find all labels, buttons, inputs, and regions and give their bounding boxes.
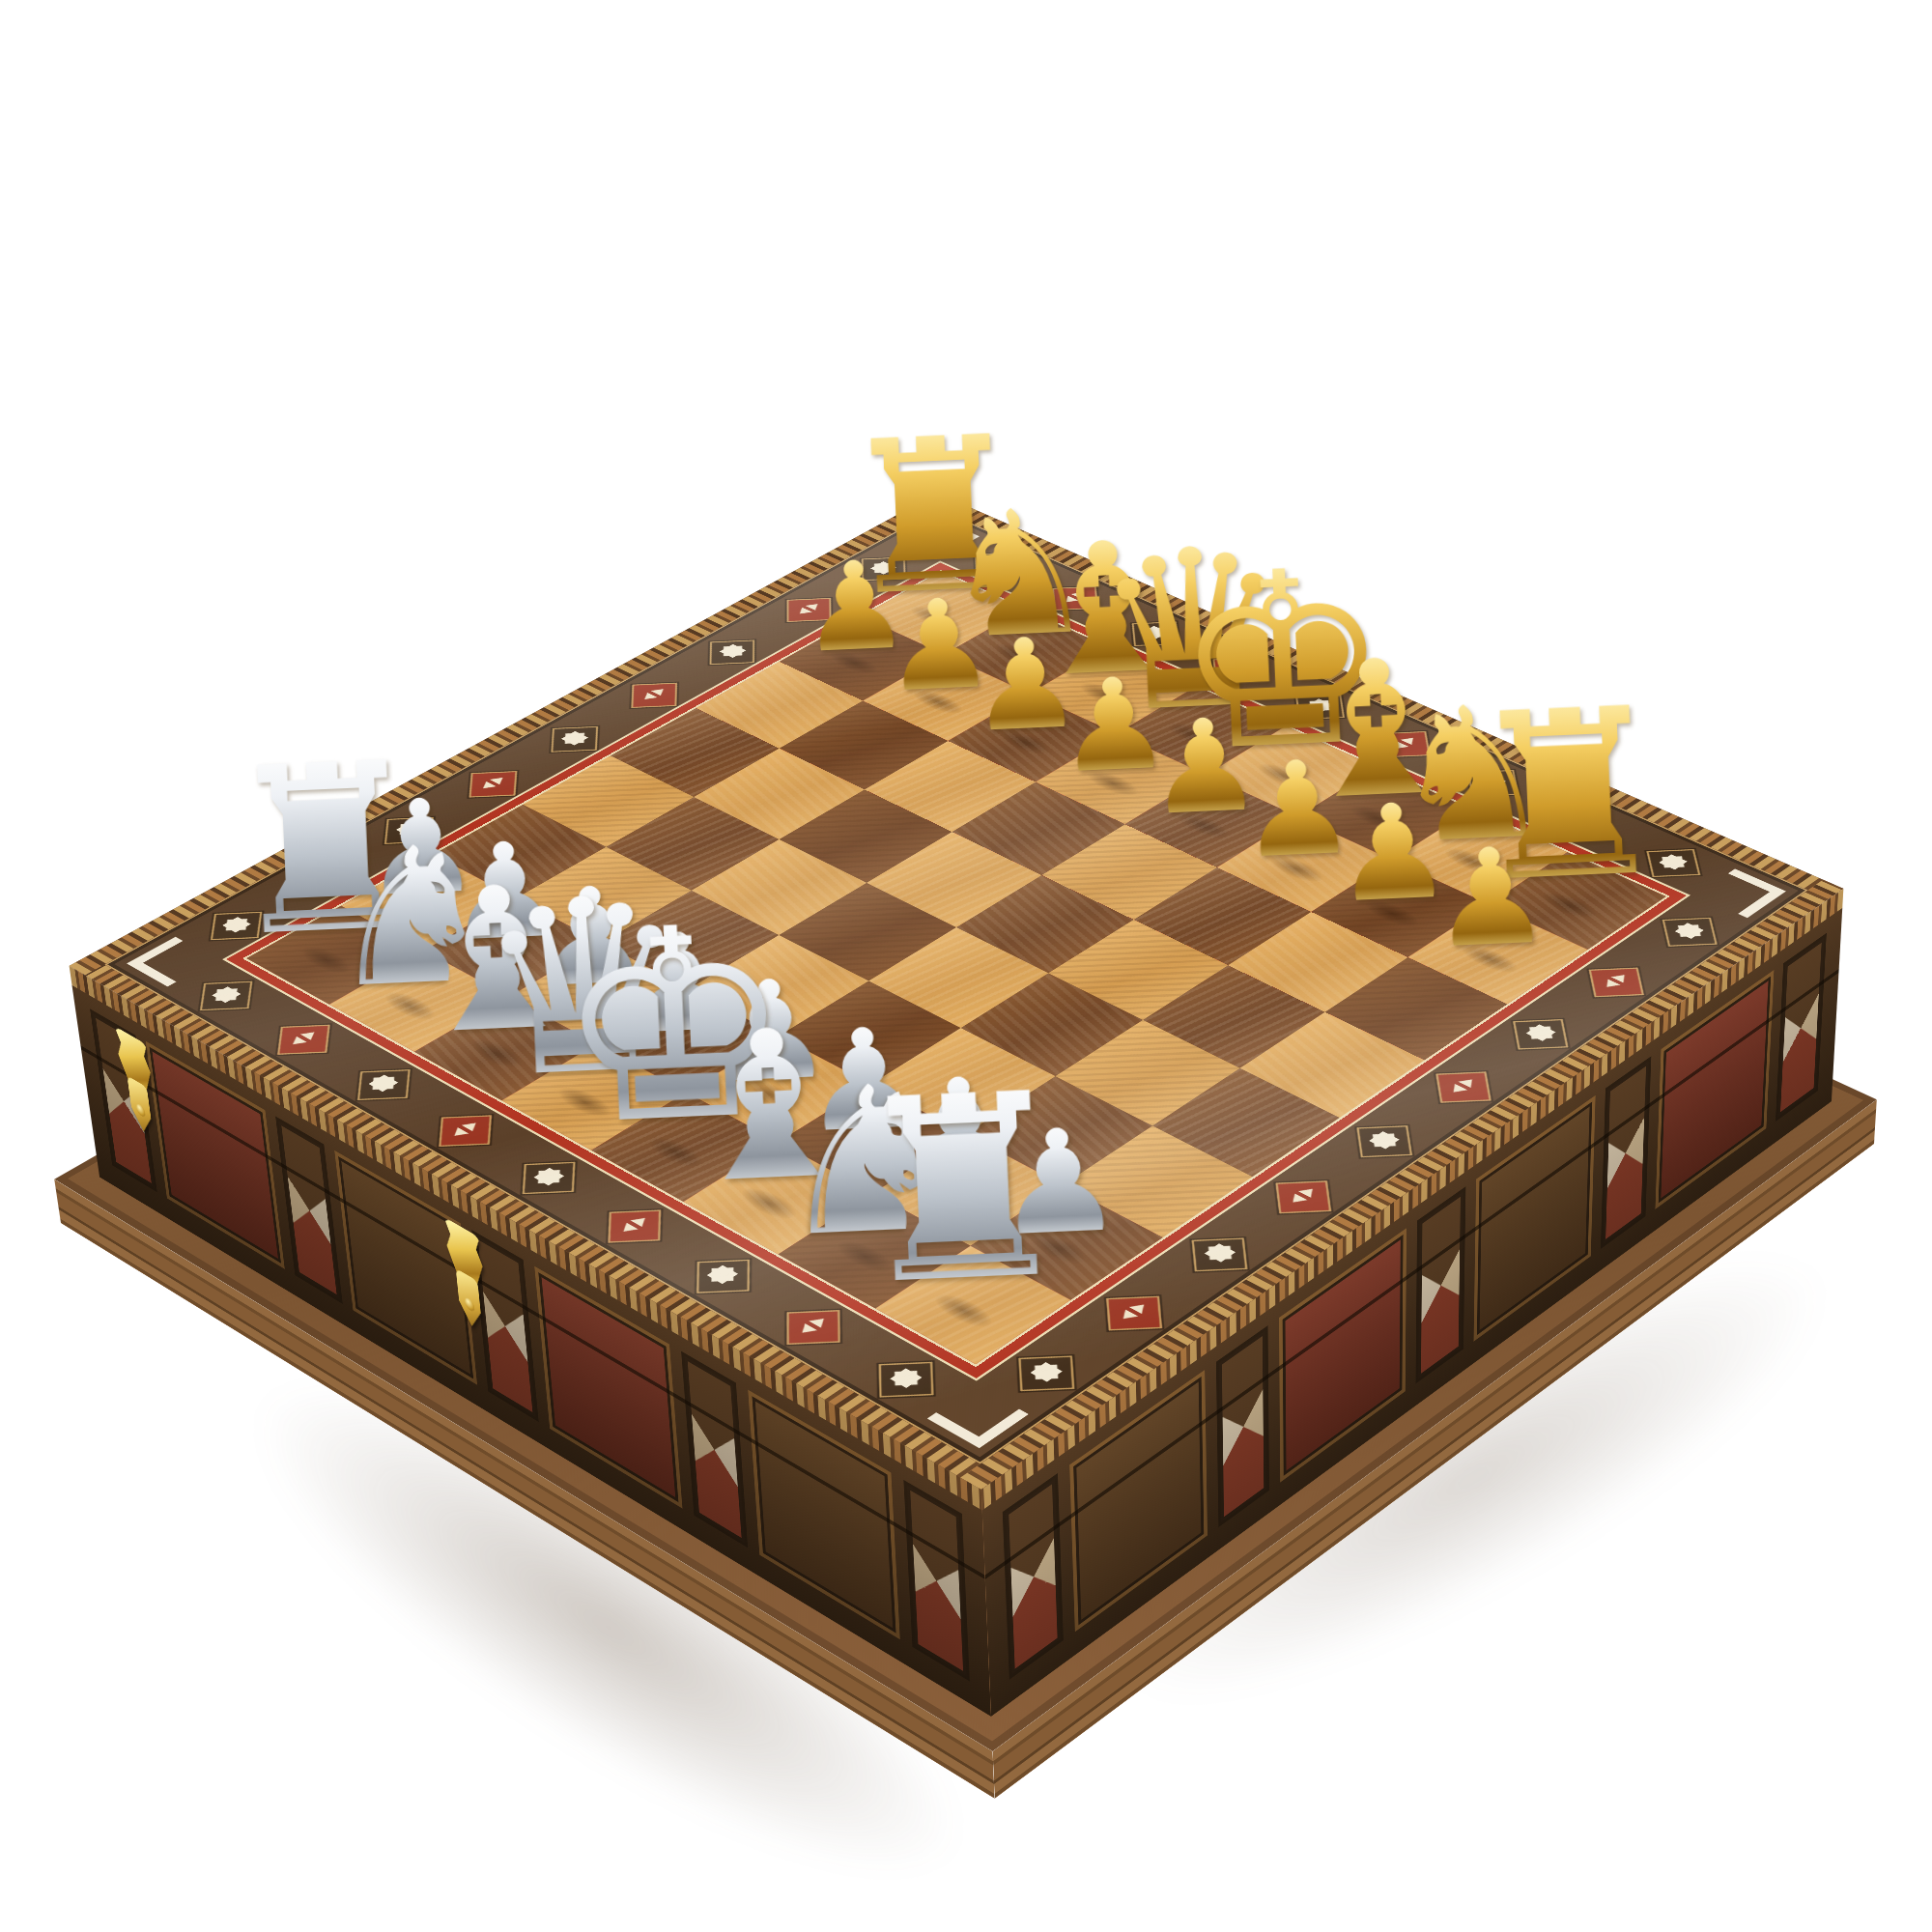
pearl-triangle-inlay [1129, 1301, 1151, 1314]
pearl-triangle-inlay [1459, 1076, 1479, 1088]
star-inlay [1035, 1364, 1058, 1378]
star-inlay [1373, 1133, 1396, 1147]
mosaic-star-motif [181, 969, 271, 1020]
star-inlay [1675, 923, 1704, 939]
silver-rook-glyph: ♜ [844, 1059, 1082, 1321]
star-inlay [1204, 1243, 1235, 1262]
star-inlay [534, 1167, 564, 1185]
pearl-triangle-inlay [618, 1223, 639, 1236]
pearl-triangle-inlay [1610, 972, 1631, 982]
star-inlay [987, 557, 1007, 567]
star-inlay [895, 1370, 918, 1384]
star-inlay [890, 1368, 922, 1387]
pearl-triangle-inlay [300, 1029, 320, 1039]
motif-diamond [523, 1162, 576, 1195]
motif-diamond [1589, 968, 1644, 998]
star-inlay [213, 986, 241, 1003]
star-inlay [723, 645, 742, 656]
motif-diamond [357, 1069, 411, 1100]
chess-set-product-photo: ♜♞♝♛♚♝♞♜♟♟♟♟♟♟♟♟♟♟♟♟♟♟♟♟♜♞♝♛♚♝♞♜ [0, 0, 1932, 1932]
motif-diamond [277, 1025, 330, 1055]
star-inlay [712, 1267, 734, 1282]
mosaic-lozenge-motif [418, 1102, 513, 1157]
star-inlay [215, 988, 238, 1001]
pearl-triangle-inlay [1117, 1309, 1138, 1321]
star-inlay [565, 732, 584, 743]
motif-diamond [1356, 1125, 1412, 1157]
inlay-panel-star [1003, 1473, 1064, 1680]
motif-diamond [439, 1115, 492, 1147]
motif-diamond [879, 1362, 934, 1398]
inlay-panel-star [1416, 1186, 1466, 1383]
star-inlay [1525, 1024, 1555, 1040]
inlay-panel-star [1601, 1056, 1651, 1249]
star-inlay [1369, 1131, 1399, 1149]
star-inlay [1031, 1362, 1063, 1381]
star-inlay [874, 562, 893, 572]
pearl-triangle-inlay [809, 1315, 830, 1327]
motif-diamond [1513, 1019, 1568, 1050]
inlay-panel-star [681, 1350, 748, 1548]
inlay-panel-star [275, 1116, 343, 1303]
perspective-stage: ♜♞♝♛♚♝♞♜♟♟♟♟♟♟♟♟♟♟♟♟♟♟♟♟♜♞♝♛♚♝♞♜ [0, 0, 1932, 1932]
motif-diamond [786, 1310, 839, 1345]
star-inlay [1310, 700, 1330, 711]
star-inlay [1145, 627, 1164, 638]
pearl-triangle-inlay [448, 1127, 469, 1139]
motif-diamond [1106, 1295, 1162, 1330]
motif-diamond [1018, 1355, 1074, 1391]
inlay-panel-star [903, 1480, 969, 1682]
motif-diamond [1275, 1180, 1331, 1213]
gold-pawn-glyph: ♟ [1429, 828, 1553, 966]
star-inlay [369, 1074, 399, 1092]
star-inlay [1207, 1245, 1231, 1260]
motif-diamond [1662, 918, 1718, 947]
motif-diamond [1192, 1237, 1248, 1271]
inlay-panel-star [1776, 933, 1827, 1122]
pearl-triangle-inlay [1287, 1194, 1307, 1206]
star-inlay [1678, 924, 1701, 937]
pearl-triangle-inlay [462, 1120, 482, 1131]
star-inlay [1529, 1026, 1552, 1038]
motif-diamond [609, 1209, 662, 1242]
pearl-triangle-inlay [1447, 1084, 1467, 1095]
pearl-triangle-inlay [1298, 1186, 1319, 1198]
star-inlay [707, 1264, 738, 1283]
mosaic-chess-box: ♜♞♝♛♚♝♞♜♟♟♟♟♟♟♟♟♟♟♟♟♟♟♟♟♜♞♝♛♚♝♞♜ [70, 494, 1844, 1491]
motif-diamond [1435, 1071, 1491, 1102]
pearl-triangle-inlay [631, 1215, 651, 1227]
pearl-triangle-inlay [796, 1323, 817, 1336]
star-inlay [373, 1076, 395, 1089]
star-inlay [538, 1170, 560, 1183]
inlay-panel-star [1216, 1325, 1269, 1527]
motif-diamond [200, 981, 253, 1011]
motif-diamond [696, 1260, 750, 1293]
pearl-triangle-inlay [288, 1037, 307, 1047]
pearl-triangle-inlay [1601, 980, 1621, 990]
